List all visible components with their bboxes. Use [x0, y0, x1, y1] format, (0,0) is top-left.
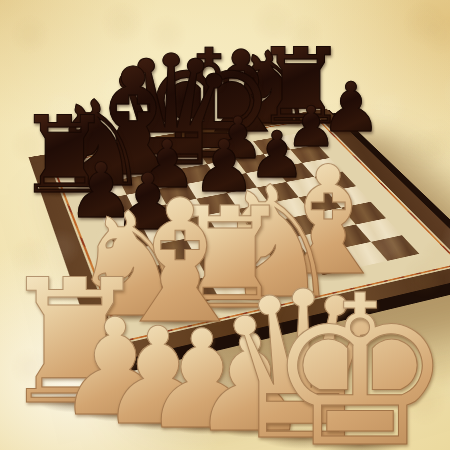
white-king-foreground[interactable]: ♚	[267, 268, 450, 450]
product-photo-scene: ♜♞♝♛♚♝♞♜♟♟♟♟♟♟♟♟♞♝♜♞♝♜♟♟♟♟♛♚	[0, 0, 450, 450]
